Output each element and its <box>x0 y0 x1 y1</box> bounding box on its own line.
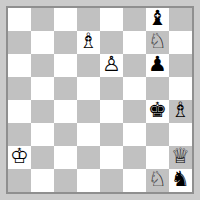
square-d7[interactable]: ♗ <box>77 31 100 54</box>
square-g3[interactable] <box>146 123 169 146</box>
square-f6[interactable] <box>123 54 146 77</box>
square-d4[interactable] <box>77 100 100 123</box>
square-f3[interactable] <box>123 123 146 146</box>
board-frame: ♝♗♘♙♟♚♗♔♕♘♞ <box>6 6 194 194</box>
square-e8[interactable] <box>100 8 123 31</box>
square-g7[interactable]: ♘ <box>146 31 169 54</box>
square-e6[interactable]: ♙ <box>100 54 123 77</box>
piece-black-knight[interactable]: ♞ <box>171 169 190 191</box>
square-c1[interactable] <box>54 169 77 192</box>
square-c3[interactable] <box>54 123 77 146</box>
square-h2[interactable]: ♕ <box>169 146 192 169</box>
square-c7[interactable] <box>54 31 77 54</box>
square-d6[interactable] <box>77 54 100 77</box>
chess-diagram: ♝♗♘♙♟♚♗♔♕♘♞ <box>0 0 200 200</box>
square-a1[interactable] <box>8 169 31 192</box>
square-h5[interactable] <box>169 77 192 100</box>
square-h7[interactable] <box>169 31 192 54</box>
square-g1[interactable]: ♘ <box>146 169 169 192</box>
square-c5[interactable] <box>54 77 77 100</box>
square-c6[interactable] <box>54 54 77 77</box>
piece-white-bishop[interactable]: ♗ <box>79 31 98 53</box>
square-g5[interactable] <box>146 77 169 100</box>
piece-white-knight[interactable]: ♘ <box>148 31 167 53</box>
square-e2[interactable] <box>100 146 123 169</box>
square-g8[interactable]: ♝ <box>146 8 169 31</box>
square-b8[interactable] <box>31 8 54 31</box>
square-c4[interactable] <box>54 100 77 123</box>
piece-white-knight[interactable]: ♘ <box>148 169 167 191</box>
square-g2[interactable] <box>146 146 169 169</box>
piece-black-pawn[interactable]: ♟ <box>148 54 167 76</box>
square-h1[interactable]: ♞ <box>169 169 192 192</box>
square-g4[interactable]: ♚ <box>146 100 169 123</box>
square-e1[interactable] <box>100 169 123 192</box>
piece-black-king[interactable]: ♚ <box>148 100 167 122</box>
square-h3[interactable] <box>169 123 192 146</box>
piece-white-bishop[interactable]: ♗ <box>171 100 190 122</box>
chess-board: ♝♗♘♙♟♚♗♔♕♘♞ <box>8 8 192 192</box>
square-d8[interactable] <box>77 8 100 31</box>
square-d5[interactable] <box>77 77 100 100</box>
square-a5[interactable] <box>8 77 31 100</box>
piece-black-bishop[interactable]: ♝ <box>148 8 167 30</box>
square-h8[interactable] <box>169 8 192 31</box>
square-b6[interactable] <box>31 54 54 77</box>
square-e7[interactable] <box>100 31 123 54</box>
square-h6[interactable] <box>169 54 192 77</box>
piece-white-queen[interactable]: ♕ <box>171 146 190 168</box>
square-b5[interactable] <box>31 77 54 100</box>
square-f2[interactable] <box>123 146 146 169</box>
square-d2[interactable] <box>77 146 100 169</box>
square-e4[interactable] <box>100 100 123 123</box>
square-b3[interactable] <box>31 123 54 146</box>
square-b1[interactable] <box>31 169 54 192</box>
piece-white-pawn[interactable]: ♙ <box>102 54 121 76</box>
square-a8[interactable] <box>8 8 31 31</box>
square-b7[interactable] <box>31 31 54 54</box>
square-e5[interactable] <box>100 77 123 100</box>
square-e3[interactable] <box>100 123 123 146</box>
square-f4[interactable] <box>123 100 146 123</box>
square-f8[interactable] <box>123 8 146 31</box>
piece-white-king[interactable]: ♔ <box>10 146 29 168</box>
square-f1[interactable] <box>123 169 146 192</box>
square-c2[interactable] <box>54 146 77 169</box>
square-c8[interactable] <box>54 8 77 31</box>
square-d3[interactable] <box>77 123 100 146</box>
square-a4[interactable] <box>8 100 31 123</box>
square-g6[interactable]: ♟ <box>146 54 169 77</box>
square-f7[interactable] <box>123 31 146 54</box>
square-a7[interactable] <box>8 31 31 54</box>
square-a2[interactable]: ♔ <box>8 146 31 169</box>
square-b4[interactable] <box>31 100 54 123</box>
square-h4[interactable]: ♗ <box>169 100 192 123</box>
square-b2[interactable] <box>31 146 54 169</box>
square-f5[interactable] <box>123 77 146 100</box>
square-d1[interactable] <box>77 169 100 192</box>
square-a3[interactable] <box>8 123 31 146</box>
square-a6[interactable] <box>8 54 31 77</box>
